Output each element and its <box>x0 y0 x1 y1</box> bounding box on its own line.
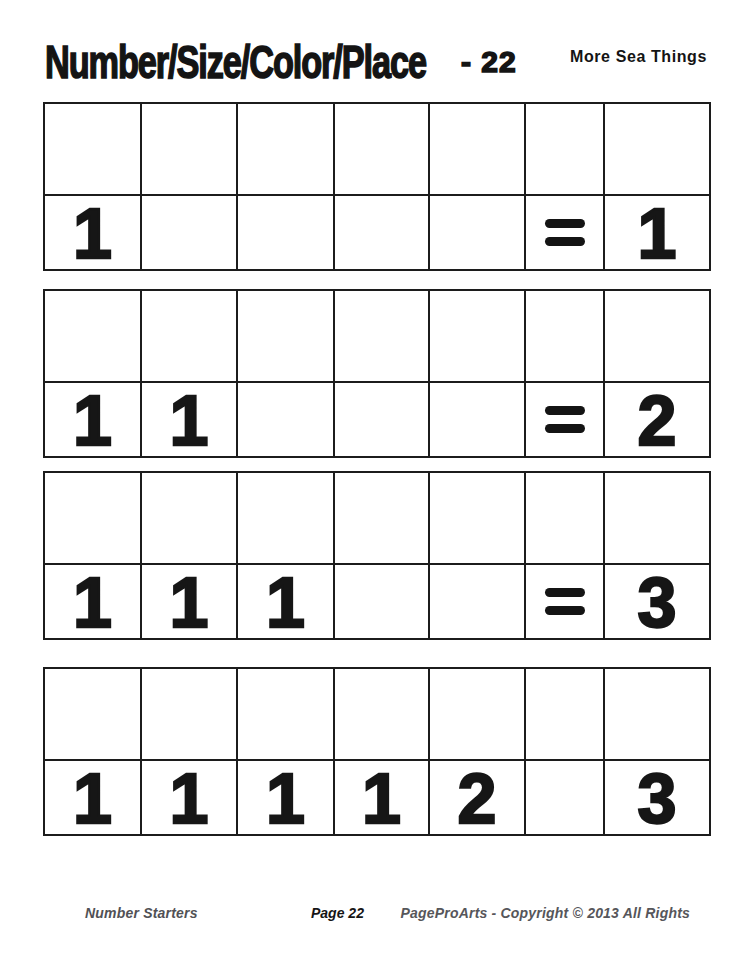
number-glyph: 2 <box>638 386 677 456</box>
cell-t3-r2-c7: 3 <box>605 565 709 638</box>
cell-t3-r2-c5 <box>430 565 526 638</box>
cell-t4-r1-c7 <box>605 669 709 759</box>
cell-t1-r1-c5 <box>430 104 526 194</box>
cell-t3-r1-c4 <box>335 473 430 563</box>
cell-t3-r1-c5 <box>430 473 526 563</box>
number-glyph: 1 <box>266 568 305 638</box>
cell-t3-r2-c4 <box>335 565 430 638</box>
page-title-number: - 22 <box>461 47 517 77</box>
equals-sign <box>545 588 585 615</box>
cell-t3-r1-c7 <box>605 473 709 563</box>
number-glyph: 1 <box>170 568 209 638</box>
table-row: 112 <box>45 383 709 456</box>
cell-t4-r2-c5: 2 <box>430 761 526 834</box>
cell-t2-r2-c3 <box>238 383 335 456</box>
table-row <box>45 291 709 383</box>
cell-t3-r2-c3: 1 <box>238 565 335 638</box>
cell-t2-r2-c7: 2 <box>605 383 709 456</box>
cell-t4-r1-c2 <box>142 669 238 759</box>
worksheet-page: Number/Size/Color/Place - 22 More Sea Th… <box>0 0 750 971</box>
equals-sign <box>545 406 585 433</box>
cell-t1-r1-c7 <box>605 104 709 194</box>
footer-copyright: PageProArts - Copyright © 2013 All Right… <box>401 905 691 921</box>
cell-t1-r1-c4 <box>335 104 430 194</box>
cell-t1-r2-c4 <box>335 196 430 269</box>
table-row <box>45 669 709 761</box>
cell-t1-r1-c2 <box>142 104 238 194</box>
number-glyph: 1 <box>73 386 112 456</box>
cell-t3-r2-c1: 1 <box>45 565 142 638</box>
cell-t4-r2-c3: 1 <box>238 761 335 834</box>
table-row <box>45 473 709 565</box>
number-glyph: 2 <box>458 764 497 834</box>
number-glyph: 1 <box>266 764 305 834</box>
cell-t2-r2-c6 <box>526 383 605 456</box>
footer-page-number: Page 22 <box>311 905 364 921</box>
cell-t1-r2-c2 <box>142 196 238 269</box>
cell-t2-r1-c2 <box>142 291 238 381</box>
number-glyph: 1 <box>170 386 209 456</box>
number-glyph: 1 <box>73 764 112 834</box>
cell-t4-r2-c1: 1 <box>45 761 142 834</box>
cell-t4-r2-c2: 1 <box>142 761 238 834</box>
cell-t1-r2-c5 <box>430 196 526 269</box>
number-glyph: 3 <box>638 764 677 834</box>
equals-sign <box>545 219 585 246</box>
cell-t1-r1-c1 <box>45 104 142 194</box>
cell-t4-r1-c1 <box>45 669 142 759</box>
cell-t2-r1-c4 <box>335 291 430 381</box>
cell-t2-r2-c2: 1 <box>142 383 238 456</box>
number-glyph: 1 <box>170 764 209 834</box>
table-row: 11 <box>45 196 709 269</box>
number-glyph: 1 <box>362 764 401 834</box>
table-row <box>45 104 709 196</box>
footer-series-title: Number Starters <box>85 905 198 921</box>
cell-t2-r1-c3 <box>238 291 335 381</box>
cell-t4-r1-c4 <box>335 669 430 759</box>
cell-t2-r1-c1 <box>45 291 142 381</box>
worksheet-table-3: 1113 <box>43 471 711 640</box>
cell-t4-r1-c5 <box>430 669 526 759</box>
cell-t3-r1-c6 <box>526 473 605 563</box>
cell-t4-r1-c6 <box>526 669 605 759</box>
table-row: 111123 <box>45 761 709 834</box>
cell-t2-r1-c6 <box>526 291 605 381</box>
cell-t3-r1-c2 <box>142 473 238 563</box>
cell-t4-r2-c6 <box>526 761 605 834</box>
number-glyph: 1 <box>73 199 112 269</box>
cell-t4-r2-c7: 3 <box>605 761 709 834</box>
cell-t4-r2-c4: 1 <box>335 761 430 834</box>
number-glyph: 3 <box>638 568 677 638</box>
worksheet-table-1: 11 <box>43 102 711 271</box>
cell-t4-r1-c3 <box>238 669 335 759</box>
cell-t2-r1-c7 <box>605 291 709 381</box>
table-row: 1113 <box>45 565 709 638</box>
cell-t1-r2-c6 <box>526 196 605 269</box>
cell-t1-r2-c3 <box>238 196 335 269</box>
cell-t1-r2-c1: 1 <box>45 196 142 269</box>
cell-t3-r1-c1 <box>45 473 142 563</box>
cell-t3-r2-c6 <box>526 565 605 638</box>
theme-label: More Sea Things <box>570 48 707 66</box>
cell-t2-r1-c5 <box>430 291 526 381</box>
cell-t2-r2-c5 <box>430 383 526 456</box>
number-glyph: 1 <box>638 199 677 269</box>
page-title: Number/Size/Color/Place <box>45 38 426 85</box>
cell-t3-r2-c2: 1 <box>142 565 238 638</box>
worksheet-table-4: 111123 <box>43 667 711 836</box>
cell-t1-r1-c3 <box>238 104 335 194</box>
worksheet-table-2: 112 <box>43 289 711 458</box>
cell-t1-r2-c7: 1 <box>605 196 709 269</box>
cell-t3-r1-c3 <box>238 473 335 563</box>
number-glyph: 1 <box>73 568 112 638</box>
cell-t2-r2-c4 <box>335 383 430 456</box>
cell-t2-r2-c1: 1 <box>45 383 142 456</box>
cell-t1-r1-c6 <box>526 104 605 194</box>
